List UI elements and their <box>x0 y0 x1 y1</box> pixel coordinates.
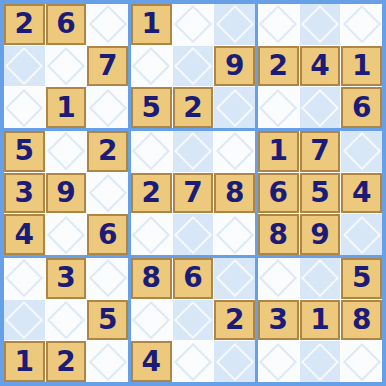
box-r3c2: 8624 <box>131 258 255 382</box>
diamond-icon <box>216 343 254 381</box>
cell-r5c5: 7 <box>173 173 214 214</box>
cell-r6c8: 9 <box>300 214 341 255</box>
cell-r8c6: 2 <box>214 300 255 341</box>
diamond-icon <box>174 343 212 381</box>
cell-r8c1[interactable] <box>4 300 45 341</box>
box-r1c1: 2671 <box>4 4 128 128</box>
cell-r3c2: 1 <box>46 87 87 128</box>
cell-r7c4: 8 <box>131 258 172 299</box>
cell-r9c4: 4 <box>131 341 172 382</box>
cell-r5c1: 3 <box>4 173 45 214</box>
cell-r1c9[interactable] <box>341 4 382 45</box>
cell-r2c7: 2 <box>258 46 299 87</box>
cell-r8c7: 3 <box>258 300 299 341</box>
box-r2c1: 523946 <box>4 131 128 255</box>
sudoku-board: 2671195224165239462781765489351286245318 <box>0 0 386 386</box>
diamond-icon <box>89 343 127 381</box>
cell-r3c6[interactable] <box>214 87 255 128</box>
cell-r8c9: 8 <box>341 300 382 341</box>
cell-r7c2: 3 <box>46 258 87 299</box>
cell-r4c9[interactable] <box>341 131 382 172</box>
cell-r1c8[interactable] <box>300 4 341 45</box>
cell-r7c8[interactable] <box>300 258 341 299</box>
diamond-icon <box>132 47 170 85</box>
diamond-icon <box>132 301 170 339</box>
box-r2c2: 278 <box>131 131 255 255</box>
cell-r7c7[interactable] <box>258 258 299 299</box>
cell-r1c6[interactable] <box>214 4 255 45</box>
cell-r7c1[interactable] <box>4 258 45 299</box>
diamond-icon <box>343 5 381 43</box>
diamond-icon <box>216 259 254 297</box>
cell-r3c8[interactable] <box>300 87 341 128</box>
cell-r9c6[interactable] <box>214 341 255 382</box>
cell-r9c9[interactable] <box>341 341 382 382</box>
box-r1c2: 1952 <box>131 4 255 128</box>
diamond-icon <box>47 216 85 254</box>
cell-r3c7[interactable] <box>258 87 299 128</box>
cell-r5c6: 8 <box>214 173 255 214</box>
diamond-icon <box>174 301 212 339</box>
diamond-icon <box>89 174 127 212</box>
diamond-icon <box>174 5 212 43</box>
cell-r7c3[interactable] <box>87 258 128 299</box>
cell-r7c5: 6 <box>173 258 214 299</box>
cell-r6c1: 4 <box>4 214 45 255</box>
cell-r4c1: 5 <box>4 131 45 172</box>
box-r3c3: 5318 <box>258 258 382 382</box>
cell-r2c5[interactable] <box>173 46 214 87</box>
cell-r3c3[interactable] <box>87 87 128 128</box>
cell-r2c6: 9 <box>214 46 255 87</box>
diamond-icon <box>5 301 43 339</box>
cell-r2c9: 1 <box>341 46 382 87</box>
box-r2c3: 1765489 <box>258 131 382 255</box>
cell-r9c1: 1 <box>4 341 45 382</box>
cell-r8c2[interactable] <box>46 300 87 341</box>
cell-r1c4: 1 <box>131 4 172 45</box>
diamond-icon <box>343 343 381 381</box>
diamond-icon <box>5 47 43 85</box>
cell-r6c3: 6 <box>87 214 128 255</box>
cell-r2c8: 4 <box>300 46 341 87</box>
cell-r4c4[interactable] <box>131 131 172 172</box>
cell-r8c8: 1 <box>300 300 341 341</box>
cell-r3c4: 5 <box>131 87 172 128</box>
cell-r8c5[interactable] <box>173 300 214 341</box>
cell-r8c3: 5 <box>87 300 128 341</box>
diamond-icon <box>301 89 339 127</box>
cell-r5c4: 2 <box>131 173 172 214</box>
diamond-icon <box>47 301 85 339</box>
cell-r5c8: 5 <box>300 173 341 214</box>
cell-r4c8: 7 <box>300 131 341 172</box>
cell-r1c3[interactable] <box>87 4 128 45</box>
cell-r1c5[interactable] <box>173 4 214 45</box>
cell-r7c9: 5 <box>341 258 382 299</box>
cell-r4c6[interactable] <box>214 131 255 172</box>
diamond-icon <box>301 343 339 381</box>
cell-r6c4[interactable] <box>131 214 172 255</box>
cell-r6c7: 8 <box>258 214 299 255</box>
diamond-icon <box>174 47 212 85</box>
diamond-icon <box>89 259 127 297</box>
cell-r4c3: 2 <box>87 131 128 172</box>
cell-r6c6[interactable] <box>214 214 255 255</box>
cell-r4c7: 1 <box>258 131 299 172</box>
cell-r7c6[interactable] <box>214 258 255 299</box>
diamond-icon <box>89 5 127 43</box>
diamond-icon <box>259 259 297 297</box>
diamond-icon <box>5 89 43 127</box>
diamond-icon <box>174 132 212 170</box>
diamond-icon <box>301 259 339 297</box>
cell-r3c9: 6 <box>341 87 382 128</box>
cell-r9c2: 2 <box>46 341 87 382</box>
diamond-icon <box>216 5 254 43</box>
diamond-icon <box>259 89 297 127</box>
cell-r1c7[interactable] <box>258 4 299 45</box>
diamond-icon <box>174 216 212 254</box>
diamond-icon <box>47 132 85 170</box>
cell-r5c3[interactable] <box>87 173 128 214</box>
diamond-icon <box>47 47 85 85</box>
box-r3c1: 3512 <box>4 258 128 382</box>
diamond-icon <box>216 89 254 127</box>
cell-r8c4[interactable] <box>131 300 172 341</box>
cell-r6c5[interactable] <box>173 214 214 255</box>
cell-r9c8[interactable] <box>300 341 341 382</box>
cell-r4c2[interactable] <box>46 131 87 172</box>
cell-r9c5[interactable] <box>173 341 214 382</box>
diamond-icon <box>301 5 339 43</box>
cell-r5c2: 9 <box>46 173 87 214</box>
cell-r3c5: 2 <box>173 87 214 128</box>
cell-r6c2[interactable] <box>46 214 87 255</box>
cell-r1c1: 2 <box>4 4 45 45</box>
diamond-icon <box>343 216 381 254</box>
diamond-icon <box>216 216 254 254</box>
cell-r9c7[interactable] <box>258 341 299 382</box>
diamond-icon <box>343 132 381 170</box>
cell-r2c2[interactable] <box>46 46 87 87</box>
diamond-icon <box>89 89 127 127</box>
diamond-icon <box>259 343 297 381</box>
cell-r1c2: 6 <box>46 4 87 45</box>
cell-r5c9: 4 <box>341 173 382 214</box>
cell-r6c9[interactable] <box>341 214 382 255</box>
cell-r2c4[interactable] <box>131 46 172 87</box>
cell-r2c1[interactable] <box>4 46 45 87</box>
box-r1c3: 2416 <box>258 4 382 128</box>
diamond-icon <box>216 132 254 170</box>
cell-r5c7: 6 <box>258 173 299 214</box>
cell-r4c5[interactable] <box>173 131 214 172</box>
cell-r2c3: 7 <box>87 46 128 87</box>
cell-r3c1[interactable] <box>4 87 45 128</box>
cell-r9c3[interactable] <box>87 341 128 382</box>
diamond-icon <box>132 132 170 170</box>
diamond-icon <box>132 216 170 254</box>
diamond-icon <box>259 5 297 43</box>
diamond-icon <box>5 259 43 297</box>
